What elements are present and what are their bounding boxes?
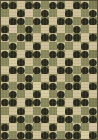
board-cell[interactable]: ● xyxy=(65,58,73,66)
board-cell[interactable] xyxy=(81,9,89,17)
dark-disc-piece: ● xyxy=(49,82,57,90)
dark-disc-piece: ● xyxy=(89,9,97,17)
dark-disc-piece: ● xyxy=(17,17,25,25)
board-cell[interactable] xyxy=(81,123,89,131)
board-cell[interactable] xyxy=(81,107,89,115)
board-cell[interactable] xyxy=(25,107,33,115)
board-cell[interactable]: ● xyxy=(89,82,97,90)
board-cell[interactable]: ● xyxy=(73,123,81,131)
board-cell[interactable] xyxy=(73,66,81,74)
board-cell[interactable]: ● xyxy=(9,98,17,106)
board-cell[interactable]: ● xyxy=(17,131,25,139)
dark-disc-piece: ● xyxy=(25,25,33,33)
board-cell[interactable]: ● xyxy=(89,107,97,115)
board-cell[interactable] xyxy=(73,17,81,25)
board-cell[interactable] xyxy=(49,58,57,66)
board-cell[interactable]: ● xyxy=(41,115,49,123)
board-cell[interactable] xyxy=(57,123,65,131)
dark-disc-piece: ● xyxy=(65,9,73,17)
dark-disc-piece: ● xyxy=(25,123,33,131)
dark-disc-piece: ● xyxy=(81,98,89,106)
board-cell[interactable]: ● xyxy=(25,82,33,90)
board-cell[interactable]: ● xyxy=(49,1,57,9)
board-cell[interactable]: ● xyxy=(73,82,81,90)
board-cell[interactable]: ● xyxy=(17,9,25,17)
board-cell[interactable]: ● xyxy=(81,66,89,74)
dark-disc-piece: ● xyxy=(17,131,25,139)
board-cell[interactable] xyxy=(89,74,97,82)
board-cell[interactable] xyxy=(1,107,9,115)
board-cell[interactable] xyxy=(73,42,81,50)
board-cell[interactable]: ● xyxy=(1,1,9,9)
dark-disc-piece: ● xyxy=(17,107,25,115)
dark-disc-piece: ● xyxy=(57,17,65,25)
board-cell[interactable]: ● xyxy=(17,107,25,115)
board-cell[interactable] xyxy=(9,131,17,139)
board-cell[interactable] xyxy=(89,50,97,58)
board-cell[interactable]: ● xyxy=(17,17,25,25)
dark-disc-piece: ● xyxy=(81,50,89,58)
board-cell[interactable] xyxy=(25,66,33,74)
dark-disc-piece: ● xyxy=(41,17,49,25)
dark-disc-piece: ● xyxy=(89,107,97,115)
board-cell[interactable] xyxy=(25,90,33,98)
board-cell[interactable] xyxy=(41,90,49,98)
board-cell[interactable]: ● xyxy=(9,90,17,98)
board-cell[interactable] xyxy=(65,50,73,58)
board-cell[interactable]: ● xyxy=(9,66,17,74)
board-cell[interactable]: ● xyxy=(73,25,81,33)
board-cell[interactable] xyxy=(41,25,49,33)
dark-disc-piece: ● xyxy=(65,58,73,66)
dark-disc-piece: ● xyxy=(57,50,65,58)
board-cell[interactable] xyxy=(1,9,9,17)
board-cell[interactable] xyxy=(41,74,49,82)
board-cell[interactable]: ● xyxy=(73,1,81,9)
board-cell[interactable] xyxy=(25,9,33,17)
board-cell[interactable]: ● xyxy=(49,131,57,139)
dark-disc-piece: ● xyxy=(1,50,9,58)
board-cell[interactable] xyxy=(1,17,9,25)
dark-disc-piece: ● xyxy=(57,66,65,74)
dark-disc-piece: ● xyxy=(65,115,73,123)
board-cell[interactable] xyxy=(1,115,9,123)
dark-disc-piece: ● xyxy=(81,90,89,98)
dark-disc-piece: ● xyxy=(49,131,57,139)
board-cell[interactable] xyxy=(17,74,25,82)
dark-disc-piece: ● xyxy=(1,98,9,106)
board-cell[interactable] xyxy=(41,98,49,106)
board-cell[interactable]: ● xyxy=(1,123,9,131)
dark-disc-piece: ● xyxy=(25,82,33,90)
board-cell[interactable]: ● xyxy=(17,58,25,66)
dark-disc-piece: ● xyxy=(41,82,49,90)
board-cell[interactable]: ● xyxy=(1,25,9,33)
board-cell[interactable]: ● xyxy=(41,107,49,115)
board-cell[interactable] xyxy=(89,123,97,131)
board-cell[interactable] xyxy=(57,9,65,17)
board-cell[interactable] xyxy=(49,9,57,17)
dark-disc-piece: ● xyxy=(1,1,9,9)
board-cell[interactable] xyxy=(9,74,17,82)
dark-disc-piece: ● xyxy=(1,74,9,82)
board-cell[interactable]: ● xyxy=(33,115,41,123)
board-cell[interactable] xyxy=(33,9,41,17)
board-cell[interactable]: ● xyxy=(41,131,49,139)
board-cell[interactable]: ● xyxy=(65,107,73,115)
dark-disc-piece: ● xyxy=(49,33,57,41)
board-cell[interactable] xyxy=(73,115,81,123)
dark-disc-piece: ● xyxy=(73,123,81,131)
board-cell[interactable] xyxy=(57,74,65,82)
dark-disc-piece: ● xyxy=(81,17,89,25)
dark-disc-piece: ● xyxy=(17,66,25,74)
board-cell[interactable]: ● xyxy=(1,131,9,139)
board-cell[interactable]: ● xyxy=(17,115,25,123)
board: ●●●●●●●●●●●●●●●●●●●●●●●●●●●●●●●●●●●●●●●●… xyxy=(0,0,98,140)
dark-disc-piece: ● xyxy=(73,82,81,90)
board-cell[interactable] xyxy=(65,74,73,82)
board-cell[interactable]: ● xyxy=(89,33,97,41)
board-cell[interactable]: ● xyxy=(1,82,9,90)
board-cell[interactable]: ● xyxy=(41,82,49,90)
board-cell[interactable]: ● xyxy=(57,98,65,106)
dark-disc-piece: ● xyxy=(25,33,33,41)
board-cell[interactable] xyxy=(9,9,17,17)
board-cell[interactable]: ● xyxy=(33,50,41,58)
dark-disc-piece: ● xyxy=(1,33,9,41)
board-cell[interactable] xyxy=(57,58,65,66)
dark-disc-piece: ● xyxy=(65,17,73,25)
board-cell[interactable] xyxy=(1,42,9,50)
board-cell[interactable] xyxy=(33,33,41,41)
board-cell[interactable] xyxy=(65,42,73,50)
board-cell[interactable]: ● xyxy=(57,90,65,98)
board-cell[interactable] xyxy=(65,98,73,106)
board-cell[interactable] xyxy=(65,123,73,131)
board-cell[interactable]: ● xyxy=(73,50,81,58)
board-cell[interactable]: ● xyxy=(65,115,73,123)
board-cell[interactable]: ● xyxy=(25,98,33,106)
dark-disc-piece: ● xyxy=(73,74,81,82)
board-cell[interactable] xyxy=(65,1,73,9)
board-cell[interactable] xyxy=(9,58,17,66)
board-cell[interactable]: ● xyxy=(89,17,97,25)
dark-disc-piece: ● xyxy=(89,33,97,41)
board-cell[interactable] xyxy=(9,33,17,41)
board-cell[interactable]: ● xyxy=(33,42,41,50)
board-cell[interactable]: ● xyxy=(33,90,41,98)
board-cell[interactable] xyxy=(49,90,57,98)
dark-disc-piece: ● xyxy=(73,1,81,9)
dark-disc-piece: ● xyxy=(9,42,17,50)
board-cell[interactable] xyxy=(81,74,89,82)
dark-disc-piece: ● xyxy=(65,33,73,41)
board-cell[interactable]: ● xyxy=(49,98,57,106)
dark-disc-piece: ● xyxy=(89,82,97,90)
board-cell[interactable]: ● xyxy=(17,66,25,74)
dark-disc-piece: ● xyxy=(9,90,17,98)
dark-disc-piece: ● xyxy=(81,42,89,50)
board-cell[interactable]: ● xyxy=(9,115,17,123)
board-cell[interactable] xyxy=(33,74,41,82)
board-cell[interactable]: ● xyxy=(1,50,9,58)
board-cell[interactable]: ● xyxy=(9,17,17,25)
board-cell[interactable] xyxy=(25,115,33,123)
board-cell[interactable] xyxy=(49,107,57,115)
board-cell[interactable] xyxy=(25,58,33,66)
board-cell[interactable] xyxy=(1,58,9,66)
board-cell[interactable]: ● xyxy=(73,33,81,41)
board-cell[interactable] xyxy=(73,58,81,66)
dark-disc-piece: ● xyxy=(73,50,81,58)
board-cell[interactable] xyxy=(65,90,73,98)
board-cell[interactable]: ● xyxy=(89,115,97,123)
board-cell[interactable] xyxy=(73,107,81,115)
dark-disc-piece: ● xyxy=(89,66,97,74)
dark-disc-piece: ● xyxy=(81,115,89,123)
board-cell[interactable] xyxy=(73,9,81,17)
dark-disc-piece: ● xyxy=(17,58,25,66)
board-cell[interactable]: ● xyxy=(57,50,65,58)
board-cell[interactable] xyxy=(9,123,17,131)
dark-disc-piece: ● xyxy=(33,98,41,106)
dark-disc-piece: ● xyxy=(33,42,41,50)
board-cell[interactable]: ● xyxy=(89,66,97,74)
board-cell[interactable]: ● xyxy=(81,115,89,123)
board-cell[interactable] xyxy=(33,131,41,139)
board-cell[interactable]: ● xyxy=(41,58,49,66)
board-cell[interactable] xyxy=(57,33,65,41)
board-cell[interactable] xyxy=(49,66,57,74)
board-cell[interactable]: ● xyxy=(65,131,73,139)
board-cell[interactable] xyxy=(17,42,25,50)
board-cell[interactable]: ● xyxy=(25,50,33,58)
board-cell[interactable] xyxy=(41,42,49,50)
board-cell[interactable]: ● xyxy=(33,98,41,106)
board-cell[interactable] xyxy=(89,42,97,50)
board-cell[interactable] xyxy=(41,123,49,131)
dark-disc-piece: ● xyxy=(57,90,65,98)
dark-disc-piece: ● xyxy=(33,17,41,25)
board-cell[interactable] xyxy=(33,123,41,131)
board-cell[interactable]: ● xyxy=(17,82,25,90)
board-cell[interactable]: ● xyxy=(81,1,89,9)
board-cell[interactable]: ● xyxy=(49,25,57,33)
board-cell[interactable] xyxy=(57,25,65,33)
board-cell[interactable] xyxy=(33,25,41,33)
dark-disc-piece: ● xyxy=(73,98,81,106)
board-cell[interactable] xyxy=(25,42,33,50)
board-cell[interactable]: ● xyxy=(81,17,89,25)
board-cell[interactable] xyxy=(57,131,65,139)
dark-disc-piece: ● xyxy=(57,115,65,123)
board-cell[interactable] xyxy=(17,50,25,58)
board-cell[interactable] xyxy=(57,107,65,115)
board-cell[interactable]: ● xyxy=(41,9,49,17)
dark-disc-piece: ● xyxy=(9,66,17,74)
board-cell[interactable]: ● xyxy=(65,66,73,74)
board-cell[interactable]: ● xyxy=(9,42,17,50)
dark-disc-piece: ● xyxy=(25,74,33,82)
board-cell[interactable]: ● xyxy=(41,17,49,25)
dark-disc-piece: ● xyxy=(41,131,49,139)
dark-disc-piece: ● xyxy=(49,123,57,131)
board-cell[interactable] xyxy=(81,25,89,33)
board-cell[interactable]: ● xyxy=(1,33,9,41)
dark-disc-piece: ● xyxy=(33,66,41,74)
dark-disc-piece: ● xyxy=(25,1,33,9)
dark-disc-piece: ● xyxy=(1,82,9,90)
dark-disc-piece: ● xyxy=(17,82,25,90)
dark-disc-piece: ● xyxy=(41,66,49,74)
board-cell[interactable] xyxy=(89,25,97,33)
dark-disc-piece: ● xyxy=(1,123,9,131)
board-cell[interactable] xyxy=(17,90,25,98)
dark-disc-piece: ● xyxy=(1,25,9,33)
board-cell[interactable] xyxy=(49,17,57,25)
dark-disc-piece: ● xyxy=(9,50,17,58)
dark-disc-piece: ● xyxy=(81,66,89,74)
dark-disc-piece: ● xyxy=(65,107,73,115)
board-cell[interactable] xyxy=(17,1,25,9)
dark-disc-piece: ● xyxy=(73,131,81,139)
board-cell[interactable]: ● xyxy=(25,123,33,131)
dark-disc-piece: ● xyxy=(25,98,33,106)
board-cell[interactable]: ● xyxy=(1,74,9,82)
board-cell[interactable]: ● xyxy=(25,1,33,9)
dark-disc-piece: ● xyxy=(89,131,97,139)
board-cell[interactable] xyxy=(89,90,97,98)
dark-disc-piece: ● xyxy=(41,58,49,66)
dark-disc-piece: ● xyxy=(33,90,41,98)
board-cell[interactable] xyxy=(41,50,49,58)
dark-disc-piece: ● xyxy=(57,42,65,50)
board-cell[interactable] xyxy=(9,82,17,90)
dark-disc-piece: ● xyxy=(41,107,49,115)
board-cell[interactable] xyxy=(33,58,41,66)
board-cell[interactable]: ● xyxy=(57,17,65,25)
board-cell[interactable] xyxy=(49,42,57,50)
board-cell[interactable]: ● xyxy=(57,42,65,50)
board-cell[interactable] xyxy=(89,1,97,9)
board-cell[interactable] xyxy=(17,25,25,33)
board-cell[interactable]: ● xyxy=(1,98,9,106)
board-cell[interactable]: ● xyxy=(65,82,73,90)
board-cell[interactable]: ● xyxy=(57,1,65,9)
board-cell[interactable]: ● xyxy=(57,115,65,123)
dark-disc-piece: ● xyxy=(17,9,25,17)
board-cell[interactable] xyxy=(81,131,89,139)
board-cell[interactable] xyxy=(41,1,49,9)
board-cell[interactable]: ● xyxy=(89,9,97,17)
board-cell[interactable] xyxy=(89,98,97,106)
board-cell[interactable]: ● xyxy=(49,74,57,82)
dark-disc-piece: ● xyxy=(1,131,9,139)
board-cell[interactable] xyxy=(9,25,17,33)
board-cell[interactable] xyxy=(33,82,41,90)
board-cell[interactable]: ● xyxy=(81,50,89,58)
dark-disc-piece: ● xyxy=(65,82,73,90)
board-cell[interactable]: ● xyxy=(49,33,57,41)
board-cell[interactable]: ● xyxy=(25,74,33,82)
dark-disc-piece: ● xyxy=(25,50,33,58)
board-cell[interactable]: ● xyxy=(89,58,97,66)
board-cell[interactable]: ● xyxy=(9,1,17,9)
board-cell[interactable]: ● xyxy=(25,25,33,33)
board-cell[interactable]: ● xyxy=(33,1,41,9)
dark-disc-piece: ● xyxy=(9,98,17,106)
board-cell[interactable]: ● xyxy=(65,9,73,17)
board-cell[interactable]: ● xyxy=(33,66,41,74)
dark-disc-piece: ● xyxy=(81,1,89,9)
dark-disc-piece: ● xyxy=(9,115,17,123)
board-cell[interactable] xyxy=(57,82,65,90)
board-cell[interactable] xyxy=(17,123,25,131)
board-cell[interactable] xyxy=(81,82,89,90)
board-cell[interactable]: ● xyxy=(81,42,89,50)
board-cell[interactable] xyxy=(65,25,73,33)
dark-disc-piece: ● xyxy=(49,98,57,106)
dark-disc-piece: ● xyxy=(33,50,41,58)
board-cell[interactable]: ● xyxy=(25,33,33,41)
board-cell[interactable] xyxy=(1,66,9,74)
board-cell[interactable]: ● xyxy=(81,90,89,98)
dark-disc-piece: ● xyxy=(41,115,49,123)
dark-disc-piece: ● xyxy=(17,115,25,123)
board-cell[interactable] xyxy=(49,115,57,123)
board-cell[interactable]: ● xyxy=(25,131,33,139)
board-cell[interactable]: ● xyxy=(33,17,41,25)
board-cell[interactable]: ● xyxy=(73,98,81,106)
dark-disc-piece: ● xyxy=(57,98,65,106)
board-cell[interactable] xyxy=(25,17,33,25)
board-cell[interactable]: ● xyxy=(73,74,81,82)
dark-disc-piece: ● xyxy=(49,74,57,82)
board-cell[interactable] xyxy=(33,107,41,115)
board-cell[interactable]: ● xyxy=(17,33,25,41)
screenshot-stage: ●●●●●●●●●●●●●●●●●●●●●●●●●●●●●●●●●●●●●●●●… xyxy=(0,0,98,140)
dark-disc-piece: ● xyxy=(65,131,73,139)
dark-disc-piece: ● xyxy=(41,33,49,41)
board-cell[interactable]: ● xyxy=(9,50,17,58)
board-cell[interactable] xyxy=(81,58,89,66)
board-cell[interactable]: ● xyxy=(65,33,73,41)
board-cell[interactable] xyxy=(9,107,17,115)
board-cell[interactable]: ● xyxy=(49,123,57,131)
board-cell[interactable]: ● xyxy=(49,50,57,58)
dark-disc-piece: ● xyxy=(65,66,73,74)
board-cell[interactable]: ● xyxy=(89,131,97,139)
board-cell[interactable] xyxy=(73,90,81,98)
dark-disc-piece: ● xyxy=(41,9,49,17)
board-cell[interactable]: ● xyxy=(41,33,49,41)
board-cell[interactable]: ● xyxy=(41,66,49,74)
board-cell[interactable]: ● xyxy=(65,17,73,25)
board-cell[interactable]: ● xyxy=(81,98,89,106)
dark-disc-piece: ● xyxy=(49,25,57,33)
board-cell[interactable]: ● xyxy=(73,131,81,139)
board-cell[interactable]: ● xyxy=(57,66,65,74)
board-cell[interactable]: ● xyxy=(49,82,57,90)
board-cell[interactable] xyxy=(81,33,89,41)
dark-disc-piece: ● xyxy=(89,115,97,123)
board-cell[interactable] xyxy=(17,98,25,106)
dark-disc-piece: ● xyxy=(89,58,97,66)
dark-disc-piece: ● xyxy=(33,1,41,9)
board-cell[interactable] xyxy=(1,90,9,98)
dark-disc-piece: ● xyxy=(49,1,57,9)
